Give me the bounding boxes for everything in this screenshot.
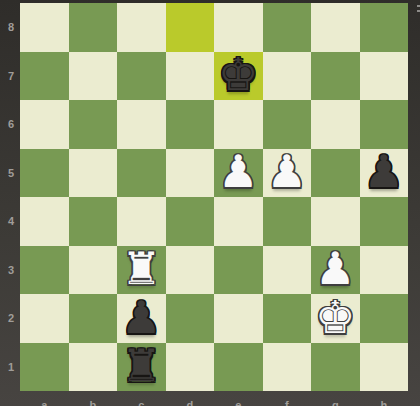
square-f7[interactable] <box>263 52 312 101</box>
white-rook-c3[interactable]: ♜ <box>121 246 161 291</box>
square-b1[interactable] <box>69 343 118 392</box>
square-c4[interactable] <box>117 197 166 246</box>
rank-label-4: 4 <box>0 197 20 246</box>
black-rook-c1[interactable]: ♜ <box>121 343 161 388</box>
square-b4[interactable] <box>69 197 118 246</box>
file-label-a: a <box>20 400 69 406</box>
square-a3[interactable] <box>20 246 69 295</box>
square-h2[interactable] <box>360 294 409 343</box>
square-g5[interactable] <box>311 149 360 198</box>
square-e5[interactable]: ♟ <box>214 149 263 198</box>
file-label-f: f <box>263 400 312 406</box>
square-c6[interactable] <box>117 100 166 149</box>
chess-app-window: 87654321 ♚♟♟♟♜♟♟♚♜ abcdefgh <box>0 0 420 406</box>
square-e2[interactable] <box>214 294 263 343</box>
square-d3[interactable] <box>166 246 215 295</box>
square-b3[interactable] <box>69 246 118 295</box>
rank-label-6: 6 <box>0 100 20 149</box>
square-d5[interactable] <box>166 149 215 198</box>
file-label-g: g <box>311 400 360 406</box>
square-g3[interactable]: ♟ <box>311 246 360 295</box>
white-king-g2[interactable]: ♚ <box>315 295 355 340</box>
square-c5[interactable] <box>117 149 166 198</box>
square-c7[interactable] <box>117 52 166 101</box>
rank-label-5: 5 <box>0 149 20 198</box>
rank-label-8: 8 <box>0 3 20 52</box>
square-a8[interactable] <box>20 3 69 52</box>
square-c1[interactable]: ♜ <box>117 343 166 392</box>
square-b7[interactable] <box>69 52 118 101</box>
square-b8[interactable] <box>69 3 118 52</box>
square-a4[interactable] <box>20 197 69 246</box>
square-f1[interactable] <box>263 343 312 392</box>
square-g1[interactable] <box>311 343 360 392</box>
square-d4[interactable] <box>166 197 215 246</box>
square-e4[interactable] <box>214 197 263 246</box>
square-f8[interactable] <box>263 3 312 52</box>
square-d1[interactable] <box>166 343 215 392</box>
square-h8[interactable] <box>360 3 409 52</box>
white-pawn-f5[interactable]: ♟ <box>267 149 307 194</box>
black-pawn-c2[interactable]: ♟ <box>121 295 161 340</box>
square-g8[interactable] <box>311 3 360 52</box>
rank-label-7: 7 <box>0 52 20 101</box>
square-f6[interactable] <box>263 100 312 149</box>
square-h1[interactable] <box>360 343 409 392</box>
file-label-h: h <box>360 400 409 406</box>
square-a5[interactable] <box>20 149 69 198</box>
square-e8[interactable] <box>214 3 263 52</box>
square-e3[interactable] <box>214 246 263 295</box>
black-king-e7[interactable]: ♚ <box>218 52 258 97</box>
square-b6[interactable] <box>69 100 118 149</box>
square-c8[interactable] <box>117 3 166 52</box>
rank-label-3: 3 <box>0 246 20 295</box>
square-h4[interactable] <box>360 197 409 246</box>
white-pawn-e5[interactable]: ♟ <box>218 149 258 194</box>
square-d6[interactable] <box>166 100 215 149</box>
square-g2[interactable]: ♚ <box>311 294 360 343</box>
square-b2[interactable] <box>69 294 118 343</box>
file-label-d: d <box>166 400 215 406</box>
chess-board[interactable]: ♚♟♟♟♜♟♟♚♜ <box>20 3 408 391</box>
rank-label-1: 1 <box>0 343 20 392</box>
square-e7[interactable]: ♚ <box>214 52 263 101</box>
square-d7[interactable] <box>166 52 215 101</box>
file-label-e: e <box>214 400 263 406</box>
black-pawn-h5[interactable]: ♟ <box>364 149 404 194</box>
file-label-b: b <box>69 400 118 406</box>
square-a1[interactable] <box>20 343 69 392</box>
square-c2[interactable]: ♟ <box>117 294 166 343</box>
square-a2[interactable] <box>20 294 69 343</box>
square-c3[interactable]: ♜ <box>117 246 166 295</box>
square-f5[interactable]: ♟ <box>263 149 312 198</box>
square-b5[interactable] <box>69 149 118 198</box>
square-f2[interactable] <box>263 294 312 343</box>
square-h7[interactable] <box>360 52 409 101</box>
square-f4[interactable] <box>263 197 312 246</box>
square-a6[interactable] <box>20 100 69 149</box>
square-g7[interactable] <box>311 52 360 101</box>
rank-coordinates: 87654321 <box>0 3 20 391</box>
square-g6[interactable] <box>311 100 360 149</box>
square-g4[interactable] <box>311 197 360 246</box>
square-h3[interactable] <box>360 246 409 295</box>
square-h5[interactable]: ♟ <box>360 149 409 198</box>
white-pawn-g3[interactable]: ♟ <box>315 246 355 291</box>
square-f3[interactable] <box>263 246 312 295</box>
square-a7[interactable] <box>20 52 69 101</box>
file-coordinates: abcdefgh <box>20 400 408 406</box>
rank-label-2: 2 <box>0 294 20 343</box>
square-h6[interactable] <box>360 100 409 149</box>
file-label-c: c <box>117 400 166 406</box>
square-e6[interactable] <box>214 100 263 149</box>
square-d8[interactable] <box>166 3 215 52</box>
square-e1[interactable] <box>214 343 263 392</box>
square-d2[interactable] <box>166 294 215 343</box>
